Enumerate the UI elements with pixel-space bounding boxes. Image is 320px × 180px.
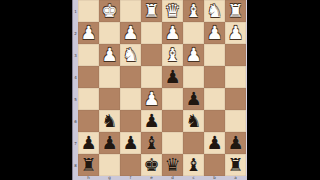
square-e3[interactable]	[141, 44, 162, 66]
white-pawn-piece: ♟	[225, 22, 246, 44]
rank-label-4: 4	[74, 68, 78, 86]
square-a6[interactable]	[225, 110, 246, 132]
square-h4[interactable]	[78, 66, 99, 88]
file-label-c: c	[183, 176, 204, 180]
square-e2[interactable]	[141, 22, 162, 44]
white-bishop-piece: ♝	[183, 0, 204, 22]
file-label-h: h	[78, 176, 99, 180]
square-d3[interactable]: ♝	[162, 44, 183, 66]
black-king-piece: ♚	[141, 154, 162, 176]
file-label-a: a	[225, 176, 246, 180]
black-pawn-piece: ♟	[183, 88, 204, 110]
black-bishop-piece: ♝	[141, 132, 162, 154]
black-pawn-piece: ♟	[141, 110, 162, 132]
white-pawn-piece: ♟	[120, 22, 141, 44]
square-d5[interactable]	[162, 88, 183, 110]
square-c1[interactable]: ♝	[183, 0, 204, 22]
file-label-d: d	[162, 176, 183, 180]
square-g6[interactable]: ♞	[99, 110, 120, 132]
white-bishop-piece: ♝	[162, 44, 183, 66]
rank-label-6: 6	[74, 112, 78, 130]
white-pawn-piece: ♟	[204, 22, 225, 44]
black-pawn-piece: ♟	[78, 132, 99, 154]
black-pawn-piece: ♟	[120, 132, 141, 154]
square-h6[interactable]	[78, 110, 99, 132]
square-e7[interactable]: ♝	[141, 132, 162, 154]
file-label-e: e	[141, 176, 162, 180]
square-a1[interactable]: ♜	[225, 0, 246, 22]
square-g8[interactable]	[99, 154, 120, 176]
square-b2[interactable]: ♟	[204, 22, 225, 44]
black-pawn-piece: ♟	[204, 132, 225, 154]
square-b6[interactable]	[204, 110, 225, 132]
black-queen-piece: ♛	[162, 154, 183, 176]
white-queen-piece: ♛	[162, 0, 183, 22]
square-f3[interactable]: ♞	[120, 44, 141, 66]
square-e8[interactable]: ♚	[141, 154, 162, 176]
square-b5[interactable]	[204, 88, 225, 110]
square-c6[interactable]: ♞	[183, 110, 204, 132]
white-pawn-piece: ♟	[141, 88, 162, 110]
white-king-piece: ♚	[99, 0, 120, 22]
square-f7[interactable]: ♟	[120, 132, 141, 154]
white-knight-piece: ♞	[120, 44, 141, 66]
square-h5[interactable]	[78, 88, 99, 110]
square-h7[interactable]: ♟	[78, 132, 99, 154]
square-a4[interactable]	[225, 66, 246, 88]
square-f1[interactable]	[120, 0, 141, 22]
square-d2[interactable]: ♟	[162, 22, 183, 44]
square-d7[interactable]	[162, 132, 183, 154]
square-a8[interactable]: ♜	[225, 154, 246, 176]
square-a3[interactable]	[225, 44, 246, 66]
square-h2[interactable]: ♟	[78, 22, 99, 44]
white-pawn-piece: ♟	[99, 44, 120, 66]
rank-label-8: 8	[74, 156, 78, 174]
black-pawn-piece: ♟	[99, 132, 120, 154]
file-label-f: f	[120, 176, 141, 180]
square-d4[interactable]: ♟	[162, 66, 183, 88]
file-label-b: b	[204, 176, 225, 180]
square-c3[interactable]: ♟	[183, 44, 204, 66]
square-a5[interactable]	[225, 88, 246, 110]
rank-label-7: 7	[74, 134, 78, 152]
rank-label-2: 2	[74, 24, 78, 42]
white-pawn-piece: ♟	[162, 22, 183, 44]
rank-label-3: 3	[74, 46, 78, 64]
square-e1[interactable]: ♜	[141, 0, 162, 22]
chess-board: ♚♜♛♝♞♜♟♟♟♟♟♟♞♝♟♟♟♟♞♟♞♟♟♟♝♟♟♜♚♛♝♜	[78, 0, 247, 176]
file-labels: hgfedcba	[78, 176, 247, 180]
rank-label-1: 1	[74, 2, 78, 20]
square-b8[interactable]	[204, 154, 225, 176]
square-e4[interactable]	[141, 66, 162, 88]
square-c2[interactable]	[183, 22, 204, 44]
white-pawn-piece: ♟	[78, 22, 99, 44]
file-label-g: g	[99, 176, 120, 180]
black-knight-piece: ♞	[99, 110, 120, 132]
square-d1[interactable]: ♛	[162, 0, 183, 22]
black-rook-piece: ♜	[78, 154, 99, 176]
square-c8[interactable]: ♝	[183, 154, 204, 176]
square-g2[interactable]	[99, 22, 120, 44]
square-d8[interactable]: ♛	[162, 154, 183, 176]
square-g3[interactable]: ♟	[99, 44, 120, 66]
white-rook-piece: ♜	[141, 0, 162, 22]
square-b7[interactable]: ♟	[204, 132, 225, 154]
square-g1[interactable]: ♚	[99, 0, 120, 22]
square-g7[interactable]: ♟	[99, 132, 120, 154]
square-c4[interactable]	[183, 66, 204, 88]
black-knight-piece: ♞	[183, 110, 204, 132]
square-c5[interactable]: ♟	[183, 88, 204, 110]
black-pawn-piece: ♟	[162, 66, 183, 88]
square-f8[interactable]	[120, 154, 141, 176]
square-f6[interactable]	[120, 110, 141, 132]
black-bishop-piece: ♝	[183, 154, 204, 176]
square-b3[interactable]	[204, 44, 225, 66]
square-a2[interactable]: ♟	[225, 22, 246, 44]
square-d6[interactable]	[162, 110, 183, 132]
square-f4[interactable]	[120, 66, 141, 88]
square-f2[interactable]: ♟	[120, 22, 141, 44]
white-pawn-piece: ♟	[183, 44, 204, 66]
square-c7[interactable]	[183, 132, 204, 154]
square-b4[interactable]	[204, 66, 225, 88]
rank-label-5: 5	[74, 90, 78, 108]
square-h3[interactable]	[78, 44, 99, 66]
square-f5[interactable]	[120, 88, 141, 110]
square-h8[interactable]: ♜	[78, 154, 99, 176]
square-e6[interactable]: ♟	[141, 110, 162, 132]
white-knight-piece: ♞	[204, 0, 225, 22]
square-g5[interactable]	[99, 88, 120, 110]
square-b1[interactable]: ♞	[204, 0, 225, 22]
black-pawn-piece: ♟	[225, 132, 246, 154]
square-h1[interactable]	[78, 0, 99, 22]
square-a7[interactable]: ♟	[225, 132, 246, 154]
white-rook-piece: ♜	[225, 0, 246, 22]
black-rook-piece: ♜	[225, 154, 246, 176]
square-g4[interactable]	[99, 66, 120, 88]
square-e5[interactable]: ♟	[141, 88, 162, 110]
video-frame: 12345678 ♚♜♛♝♞♜♟♟♟♟♟♟♞♝♟♟♟♟♞♟♞♟♟♟♝♟♟♜♚♛♝…	[0, 0, 320, 180]
